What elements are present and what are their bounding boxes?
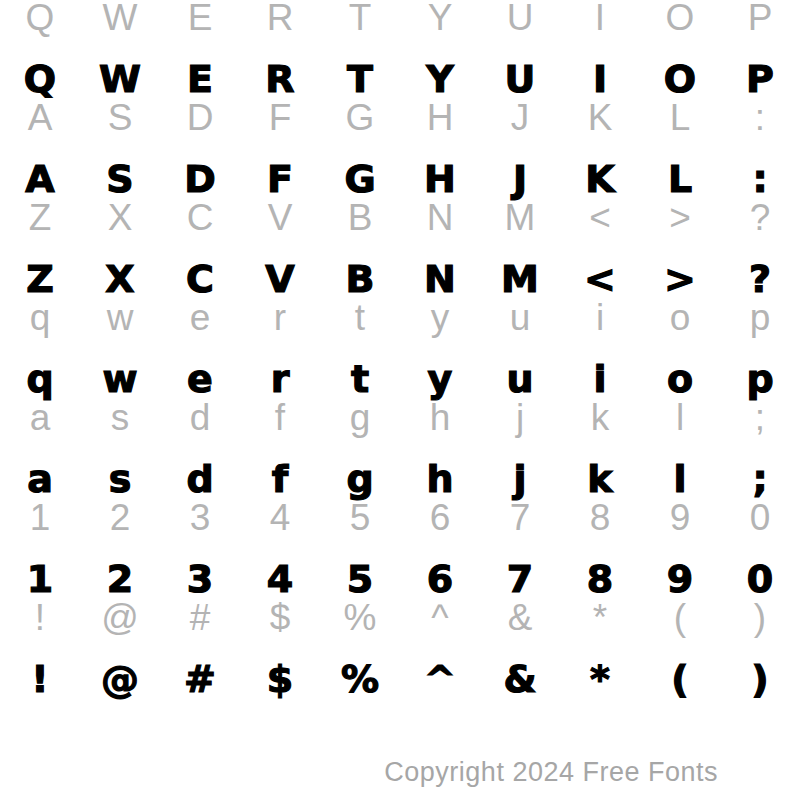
char-cell: BB	[320, 200, 400, 300]
font-glyph: !	[0, 655, 80, 703]
reference-glyph: D	[160, 96, 240, 140]
char-cell: PP	[720, 0, 800, 100]
char-cell: DD	[160, 100, 240, 200]
reference-glyph: :	[720, 96, 800, 140]
char-cell: 55	[320, 500, 400, 600]
reference-glyph: U	[480, 0, 560, 40]
reference-glyph: &	[480, 596, 560, 640]
font-glyph: #	[160, 655, 240, 703]
reference-glyph: a	[0, 396, 80, 440]
reference-glyph: 3	[160, 496, 240, 540]
char-cell: CC	[160, 200, 240, 300]
reference-glyph: 5	[320, 496, 400, 540]
font-glyph: )	[720, 655, 800, 703]
char-cell: $$	[240, 600, 320, 700]
char-cell: RR	[240, 0, 320, 100]
reference-glyph: 4	[240, 496, 320, 540]
reference-glyph: i	[560, 296, 640, 340]
reference-glyph: 1	[0, 496, 80, 540]
char-cell: oo	[640, 300, 720, 400]
reference-glyph: u	[480, 296, 560, 340]
char-cell: ::	[720, 100, 800, 200]
char-cell: QQ	[0, 0, 80, 100]
reference-glyph: *	[560, 596, 640, 640]
reference-glyph: V	[240, 196, 320, 240]
reference-glyph: (	[640, 596, 720, 640]
char-cell: dd	[160, 400, 240, 500]
font-glyph: (	[640, 655, 720, 703]
char-cell: WW	[80, 0, 160, 100]
reference-glyph: G	[320, 96, 400, 140]
char-cell: ll	[640, 400, 720, 500]
char-cell: %%	[320, 600, 400, 700]
font-glyph: &	[480, 655, 560, 703]
reference-glyph: 8	[560, 496, 640, 540]
char-cell: ##	[160, 600, 240, 700]
reference-glyph: 9	[640, 496, 720, 540]
char-cell: MM	[480, 200, 560, 300]
reference-glyph: t	[320, 296, 400, 340]
font-glyph: *	[560, 655, 640, 703]
char-cell: HH	[400, 100, 480, 200]
reference-glyph: s	[80, 396, 160, 440]
char-cell: 44	[240, 500, 320, 600]
char-cell: LL	[640, 100, 720, 200]
reference-glyph: f	[240, 396, 320, 440]
reference-glyph: 7	[480, 496, 560, 540]
reference-glyph: )	[720, 596, 800, 640]
reference-glyph: r	[240, 296, 320, 340]
char-cell: aa	[0, 400, 80, 500]
reference-glyph: %	[320, 596, 400, 640]
reference-glyph: @	[80, 596, 160, 640]
char-cell: 99	[640, 500, 720, 600]
copyright-text: Copyright 2024 Free Fonts	[0, 755, 718, 789]
reference-glyph: y	[400, 296, 480, 340]
char-cell: II	[560, 0, 640, 100]
reference-glyph: A	[0, 96, 80, 140]
reference-glyph: R	[240, 0, 320, 40]
char-cell: tt	[320, 300, 400, 400]
char-cell: qq	[0, 300, 80, 400]
reference-glyph: !	[0, 596, 80, 640]
reference-glyph: ;	[720, 396, 800, 440]
char-cell: VV	[240, 200, 320, 300]
reference-glyph: o	[640, 296, 720, 340]
reference-glyph: H	[400, 96, 480, 140]
font-glyph: ^	[400, 655, 480, 703]
char-cell: <<	[560, 200, 640, 300]
reference-glyph: j	[480, 396, 560, 440]
char-cell: 11	[0, 500, 80, 600]
char-cell: 77	[480, 500, 560, 600]
reference-glyph: ^	[400, 596, 480, 640]
reference-glyph: K	[560, 96, 640, 140]
char-cell: SS	[80, 100, 160, 200]
reference-glyph: 2	[80, 496, 160, 540]
char-cell: ;;	[720, 400, 800, 500]
reference-glyph: M	[480, 196, 560, 240]
char-cell: pp	[720, 300, 800, 400]
font-glyph: %	[320, 655, 400, 703]
char-cell: ss	[80, 400, 160, 500]
char-cell: FF	[240, 100, 320, 200]
char-cell: 66	[400, 500, 480, 600]
char-cell: hh	[400, 400, 480, 500]
reference-glyph: W	[80, 0, 160, 40]
reference-glyph: e	[160, 296, 240, 340]
char-cell: yy	[400, 300, 480, 400]
char-cell: GG	[320, 100, 400, 200]
char-cell: OO	[640, 0, 720, 100]
char-cell: ii	[560, 300, 640, 400]
char-cell: &&	[480, 600, 560, 700]
reference-glyph: g	[320, 396, 400, 440]
char-cell: XX	[80, 200, 160, 300]
char-cell: JJ	[480, 100, 560, 200]
reference-glyph: l	[640, 396, 720, 440]
char-cell: 88	[560, 500, 640, 600]
reference-glyph: Q	[0, 0, 80, 40]
font-glyph: @	[80, 655, 160, 703]
char-cell: ((	[640, 600, 720, 700]
reference-glyph: C	[160, 196, 240, 240]
font-glyph: $	[240, 655, 320, 703]
reference-glyph: B	[320, 196, 400, 240]
reference-glyph: k	[560, 396, 640, 440]
reference-glyph: w	[80, 296, 160, 340]
reference-glyph: N	[400, 196, 480, 240]
char-cell: ff	[240, 400, 320, 500]
reference-glyph: h	[400, 396, 480, 440]
reference-glyph: X	[80, 196, 160, 240]
char-cell: AA	[0, 100, 80, 200]
reference-glyph: ?	[720, 196, 800, 240]
font-specimen-page: QQWWEERRTTYYUUIIOOPPAASSDDFFGGHHJJKKLL::…	[0, 0, 800, 800]
char-cell: @@	[80, 600, 160, 700]
char-cell: ee	[160, 300, 240, 400]
reference-glyph: E	[160, 0, 240, 40]
reference-glyph: O	[640, 0, 720, 40]
char-cell: UU	[480, 0, 560, 100]
reference-glyph: T	[320, 0, 400, 40]
reference-glyph: Y	[400, 0, 480, 40]
char-cell: gg	[320, 400, 400, 500]
char-cell: ww	[80, 300, 160, 400]
char-cell: uu	[480, 300, 560, 400]
reference-glyph: p	[720, 296, 800, 340]
reference-glyph: Z	[0, 196, 80, 240]
char-cell: ^^	[400, 600, 480, 700]
char-cell: rr	[240, 300, 320, 400]
reference-glyph: >	[640, 196, 720, 240]
char-cell: ZZ	[0, 200, 80, 300]
char-cell: 00	[720, 500, 800, 600]
reference-glyph: I	[560, 0, 640, 40]
char-cell: >>	[640, 200, 720, 300]
character-map-grid: QQWWEERRTTYYUUIIOOPPAASSDDFFGGHHJJKKLL::…	[0, 0, 800, 700]
char-cell: ??	[720, 200, 800, 300]
char-cell: TT	[320, 0, 400, 100]
reference-glyph: L	[640, 96, 720, 140]
reference-glyph: S	[80, 96, 160, 140]
reference-glyph: $	[240, 596, 320, 640]
reference-glyph: <	[560, 196, 640, 240]
char-cell: **	[560, 600, 640, 700]
char-cell: 33	[160, 500, 240, 600]
reference-glyph: 6	[400, 496, 480, 540]
char-cell: KK	[560, 100, 640, 200]
reference-glyph: d	[160, 396, 240, 440]
reference-glyph: J	[480, 96, 560, 140]
char-cell: !!	[0, 600, 80, 700]
char-cell: jj	[480, 400, 560, 500]
reference-glyph: F	[240, 96, 320, 140]
char-cell: ))	[720, 600, 800, 700]
reference-glyph: P	[720, 0, 800, 40]
char-cell: kk	[560, 400, 640, 500]
char-cell: YY	[400, 0, 480, 100]
char-cell: EE	[160, 0, 240, 100]
char-cell: NN	[400, 200, 480, 300]
reference-glyph: 0	[720, 496, 800, 540]
char-cell: 22	[80, 500, 160, 600]
reference-glyph: #	[160, 596, 240, 640]
reference-glyph: q	[0, 296, 80, 340]
